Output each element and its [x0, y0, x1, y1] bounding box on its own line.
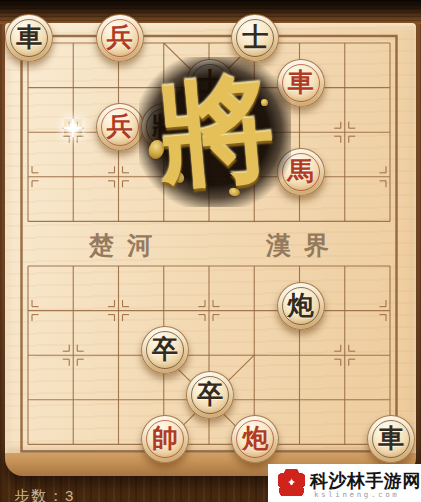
black-soldier-glyph: 卒 — [152, 337, 178, 363]
black-general[interactable]: 將 — [141, 103, 189, 151]
star-icon: ✦ — [287, 477, 296, 488]
black-chariot-glyph: 車 — [378, 426, 404, 452]
red-general-glyph: 帥 — [152, 426, 178, 452]
red-horse[interactable]: 馬 — [277, 148, 325, 196]
red-soldier-glyph: 兵 — [107, 114, 133, 140]
table-wood-top-strip — [0, 0, 421, 24]
red-horse-glyph: 馬 — [288, 159, 314, 185]
red-general[interactable]: 帥 — [141, 415, 189, 463]
red-soldier[interactable]: 兵 — [96, 14, 144, 62]
xiangqi-game-screen: 楚河 漢界 車兵士士車兵將馬炮卒卒帥炮車 將 步数：3 ✦ 科沙林手游网 ksl… — [0, 0, 421, 502]
black-general-glyph: 將 — [152, 114, 178, 140]
black-advisor[interactable]: 士 — [231, 14, 279, 62]
red-soldier[interactable]: 兵 — [96, 103, 144, 151]
red-chariot-glyph: 車 — [288, 70, 314, 96]
plum-flower-icon: ✦ — [278, 469, 305, 496]
red-chariot[interactable]: 車 — [277, 59, 325, 107]
black-chariot[interactable]: 車 — [5, 14, 53, 62]
last-move-sparkle — [64, 119, 82, 137]
black-chariot-glyph: 車 — [16, 25, 42, 51]
red-cannon-glyph: 炮 — [242, 426, 268, 452]
black-cannon-glyph: 炮 — [288, 293, 314, 319]
black-advisor[interactable]: 士 — [186, 59, 234, 107]
site-url: kslineng.com — [314, 490, 399, 499]
black-soldier[interactable]: 卒 — [186, 371, 234, 419]
red-soldier-glyph: 兵 — [107, 25, 133, 51]
watermark: ✦ 科沙林手游网 kslineng.com — [268, 464, 421, 502]
move-counter: 步数：3 — [14, 487, 75, 502]
river-label-chu: 楚河 — [89, 229, 165, 262]
black-soldier[interactable]: 卒 — [141, 326, 189, 374]
river-label-han: 漢界 — [266, 229, 342, 262]
black-advisor-glyph: 士 — [242, 25, 268, 51]
black-soldier-glyph: 卒 — [197, 382, 223, 408]
black-cannon[interactable]: 炮 — [277, 282, 325, 330]
black-advisor-glyph: 士 — [197, 70, 223, 96]
